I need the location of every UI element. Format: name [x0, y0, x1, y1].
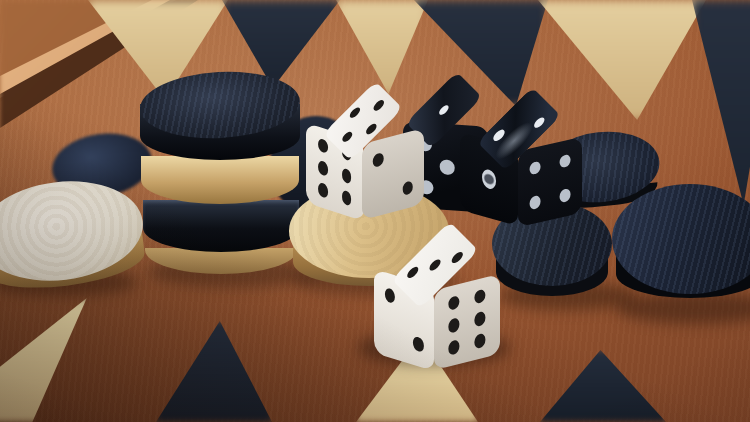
checker-stack	[140, 72, 304, 274]
die-pip	[448, 317, 459, 333]
die-white-back	[304, 92, 426, 224]
stack-checker-3-black-side	[143, 200, 299, 252]
die-pip	[403, 180, 414, 196]
die-pip	[341, 130, 355, 144]
die-pip	[342, 190, 352, 207]
die-pip	[348, 106, 362, 120]
die-pip	[475, 333, 486, 349]
die-pip	[318, 137, 328, 154]
die-pip	[492, 128, 506, 142]
checker-cream-left-top	[0, 172, 149, 289]
die-pip	[385, 287, 395, 304]
die-pip	[438, 104, 451, 117]
checker-cream-left	[0, 172, 152, 302]
die-pip	[482, 168, 496, 191]
die-pip	[475, 288, 486, 304]
die-pip	[413, 336, 423, 353]
die-pip	[532, 116, 546, 130]
die-pip	[530, 160, 541, 175]
die-black-front-right-face	[518, 137, 582, 228]
die-pip	[530, 195, 541, 210]
die-white-front-right-face	[434, 274, 500, 370]
checker-black-far-right	[612, 184, 750, 314]
stack-checker-2-cream-side	[141, 156, 299, 204]
die-pip	[559, 188, 570, 203]
die-pip	[448, 295, 459, 311]
die-pip	[475, 311, 486, 327]
die-pip	[405, 265, 420, 280]
die-white-front	[368, 234, 504, 370]
die-pip	[448, 339, 459, 355]
die-pip	[342, 167, 352, 184]
die-white-back-right-face	[362, 128, 424, 221]
die-pip	[373, 152, 384, 168]
die-pip	[559, 153, 570, 168]
die-pip	[318, 160, 328, 177]
backgammon-photo	[0, 0, 750, 422]
die-pip	[318, 182, 328, 199]
die-black-front	[452, 96, 592, 232]
die-pip	[450, 250, 465, 265]
die-pip	[364, 122, 378, 136]
die-pip	[372, 99, 386, 113]
die-pip	[428, 258, 443, 273]
